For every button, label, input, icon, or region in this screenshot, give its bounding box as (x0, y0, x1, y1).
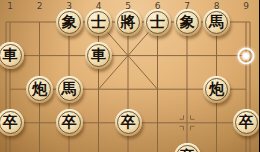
piece-black-elephant[interactable]: 象 (174, 9, 201, 36)
piece-black-advisor[interactable]: 士 (144, 9, 171, 36)
file-label-9: 9 (243, 1, 249, 10)
piece-black-advisor[interactable]: 士 (85, 9, 112, 36)
piece-character: 卒 (62, 115, 77, 130)
piece-character: 士 (150, 14, 165, 29)
file-label-1: 1 (7, 1, 13, 10)
piece-black-elephant[interactable]: 象 (56, 9, 83, 36)
piece-character: 炮 (32, 81, 47, 96)
piece-character: 車 (91, 48, 106, 63)
piece-character: 卒 (239, 115, 254, 130)
piece-black-chariot[interactable]: 車 (85, 42, 112, 69)
piece-character: 卒 (121, 115, 136, 130)
piece-character: 炮 (209, 81, 224, 96)
piece-character: 馬 (62, 81, 77, 96)
file-label-2: 2 (37, 1, 43, 10)
piece-character: 卒 (180, 148, 195, 152)
piece-black-soldier[interactable]: 卒 (56, 109, 83, 136)
piece-character: 馬 (209, 14, 224, 29)
piece-character: 士 (91, 14, 106, 29)
piece-black-soldier[interactable]: 卒 (115, 109, 142, 136)
piece-character: 卒 (3, 115, 18, 130)
move-origin-dot-marker (238, 47, 255, 64)
piece-character: 象 (180, 14, 195, 29)
piece-black-cannon[interactable]: 炮 (203, 76, 230, 103)
piece-black-cannon[interactable]: 炮 (26, 76, 53, 103)
piece-black-horse[interactable]: 馬 (56, 76, 83, 103)
piece-character: 車 (3, 48, 18, 63)
piece-character: 將 (121, 14, 136, 29)
xiangqi-board[interactable]: 123456789 象士將士象馬車車炮馬炮卒卒卒卒卒 (0, 0, 259, 152)
piece-character: 象 (62, 14, 77, 29)
piece-black-chariot[interactable]: 車 (0, 42, 24, 69)
piece-black-soldier[interactable]: 卒 (233, 109, 260, 136)
piece-black-general[interactable]: 將 (115, 9, 142, 36)
piece-black-horse[interactable]: 馬 (203, 9, 230, 36)
